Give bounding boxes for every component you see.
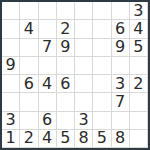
grid-cell-empty-r7c2[interactable] <box>20 112 38 130</box>
grid-cell-given-r5c4: 6 <box>57 75 75 93</box>
grid-cell-empty-r4c5[interactable] <box>75 57 93 75</box>
grid-cell-given-r8c2: 2 <box>20 130 38 148</box>
grid-cell-empty-r5c5[interactable] <box>75 75 93 93</box>
grid-cell-empty-r1c5[interactable] <box>75 2 93 20</box>
grid-cell-empty-r5c1[interactable] <box>2 75 20 93</box>
grid-cell-empty-r7c7[interactable] <box>112 112 130 130</box>
grid-cell-empty-r4c7[interactable] <box>112 57 130 75</box>
grid-cell-empty-r4c6[interactable] <box>93 57 111 75</box>
grid-cell-empty-r3c5[interactable] <box>75 39 93 57</box>
grid-cell-empty-r2c3[interactable] <box>39 20 57 38</box>
grid-cell-empty-r4c3[interactable] <box>39 57 57 75</box>
grid-cell-empty-r7c8[interactable] <box>130 112 148 130</box>
grid-cell-empty-r4c8[interactable] <box>130 57 148 75</box>
grid-cell-empty-r6c5[interactable] <box>75 93 93 111</box>
grid-cell-given-r5c7: 3 <box>112 75 130 93</box>
grid-cell-given-r7c5: 3 <box>75 112 93 130</box>
grid-cell-given-r1c8: 3 <box>130 2 148 20</box>
grid-cell-given-r2c4: 2 <box>57 20 75 38</box>
grid-cell-given-r8c1: 1 <box>2 130 20 148</box>
grid-cell-given-r8c7: 8 <box>112 130 130 148</box>
grid-cell-given-r7c3: 6 <box>39 112 57 130</box>
grid-cell-empty-r1c3[interactable] <box>39 2 57 20</box>
grid-cell-given-r5c2: 6 <box>20 75 38 93</box>
grid-cell-empty-r6c6[interactable] <box>93 93 111 111</box>
grid-cell-given-r3c8: 5 <box>130 39 148 57</box>
grid-cell-given-r2c8: 4 <box>130 20 148 38</box>
grid-cell-empty-r7c6[interactable] <box>93 112 111 130</box>
grid-cell-empty-r6c8[interactable] <box>130 93 148 111</box>
grid-cell-given-r2c2: 4 <box>20 20 38 38</box>
grid-cell-empty-r3c1[interactable] <box>2 39 20 57</box>
grid-cell-given-r2c7: 6 <box>112 20 130 38</box>
grid-cell-empty-r5c6[interactable] <box>93 75 111 93</box>
grid-cell-empty-r7c4[interactable] <box>57 112 75 130</box>
puzzle-board: 34264799596463273631245858 <box>0 0 150 150</box>
grid-cell-given-r3c4: 9 <box>57 39 75 57</box>
grid-cell-empty-r6c4[interactable] <box>57 93 75 111</box>
grid-cell-empty-r8c8[interactable] <box>130 130 148 148</box>
grid-cell-given-r7c1: 3 <box>2 112 20 130</box>
grid-cell-empty-r1c4[interactable] <box>57 2 75 20</box>
grid-cell-empty-r6c3[interactable] <box>39 93 57 111</box>
grid-cell-empty-r2c1[interactable] <box>2 20 20 38</box>
grid-cell-given-r5c8: 2 <box>130 75 148 93</box>
grid-cell-empty-r6c2[interactable] <box>20 93 38 111</box>
grid-cell-empty-r3c2[interactable] <box>20 39 38 57</box>
grid-cell-empty-r1c1[interactable] <box>2 2 20 20</box>
grid-cell-empty-r3c6[interactable] <box>93 39 111 57</box>
grid-cell-empty-r6c1[interactable] <box>2 93 20 111</box>
grid-cell-given-r8c3: 4 <box>39 130 57 148</box>
grid-cell-given-r5c3: 4 <box>39 75 57 93</box>
grid-cell-empty-r1c6[interactable] <box>93 2 111 20</box>
grid-cell-empty-r1c2[interactable] <box>20 2 38 20</box>
grid-cell-empty-r2c6[interactable] <box>93 20 111 38</box>
grid-cell-given-r6c7: 7 <box>112 93 130 111</box>
grid-cell-empty-r1c7[interactable] <box>112 2 130 20</box>
grid-cell-empty-r2c5[interactable] <box>75 20 93 38</box>
grid-cell-given-r8c4: 5 <box>57 130 75 148</box>
grid-cell-given-r3c7: 9 <box>112 39 130 57</box>
grid-cell-given-r8c6: 5 <box>93 130 111 148</box>
grid-cell-empty-r4c2[interactable] <box>20 57 38 75</box>
grid-cell-given-r4c1: 9 <box>2 57 20 75</box>
grid-cell-given-r3c3: 7 <box>39 39 57 57</box>
grid-cell-given-r8c5: 8 <box>75 130 93 148</box>
grid-cell-empty-r4c4[interactable] <box>57 57 75 75</box>
